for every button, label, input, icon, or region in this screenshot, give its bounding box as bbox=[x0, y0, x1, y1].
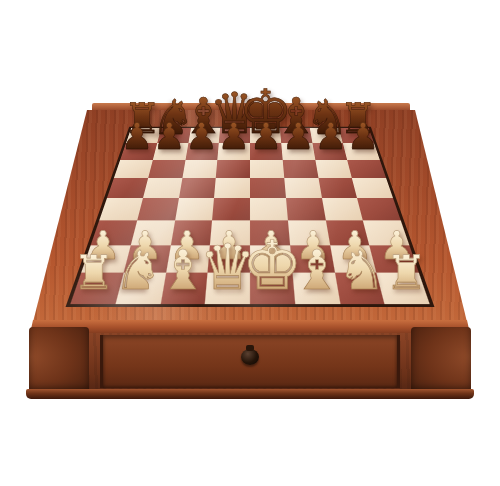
square-h8 bbox=[339, 128, 374, 143]
square-e7 bbox=[250, 143, 282, 160]
square-b8 bbox=[157, 128, 191, 143]
square-d2 bbox=[208, 245, 250, 273]
square-f5 bbox=[284, 178, 321, 198]
square-f3 bbox=[288, 220, 330, 245]
square-b7 bbox=[153, 143, 188, 160]
square-d8 bbox=[219, 128, 250, 143]
square-b5 bbox=[143, 178, 182, 198]
square-d7 bbox=[218, 143, 250, 160]
square-c7 bbox=[185, 143, 219, 160]
square-c8 bbox=[188, 128, 220, 143]
square-a6 bbox=[114, 160, 153, 178]
square-b6 bbox=[148, 160, 185, 178]
square-a2 bbox=[81, 245, 130, 273]
square-g6 bbox=[315, 160, 352, 178]
square-f6 bbox=[282, 160, 318, 178]
square-c5 bbox=[179, 178, 216, 198]
square-a5 bbox=[107, 178, 148, 198]
square-h2 bbox=[369, 245, 418, 273]
square-h5 bbox=[352, 178, 393, 198]
square-a7 bbox=[120, 143, 157, 160]
square-h3 bbox=[363, 220, 409, 245]
square-c6 bbox=[182, 160, 218, 178]
square-e3 bbox=[250, 220, 290, 245]
square-d5 bbox=[214, 178, 250, 198]
square-h6 bbox=[347, 160, 386, 178]
square-c2 bbox=[166, 245, 211, 273]
square-d6 bbox=[216, 160, 250, 178]
drawer-knob bbox=[241, 349, 259, 365]
square-e5 bbox=[250, 178, 286, 198]
left-corner-post bbox=[29, 327, 89, 393]
right-corner-post bbox=[411, 327, 471, 393]
square-f7 bbox=[281, 143, 315, 160]
square-h7 bbox=[343, 143, 380, 160]
square-g7 bbox=[312, 143, 347, 160]
square-e6 bbox=[250, 160, 284, 178]
square-d3 bbox=[210, 220, 250, 245]
square-e4 bbox=[250, 198, 288, 220]
square-g4 bbox=[322, 198, 364, 220]
square-d1 bbox=[205, 273, 250, 304]
square-c4 bbox=[175, 198, 215, 220]
chess-board bbox=[66, 127, 435, 307]
square-e2 bbox=[250, 245, 292, 273]
square-g3 bbox=[325, 220, 369, 245]
box-top-lip bbox=[30, 320, 470, 334]
square-f1 bbox=[292, 273, 340, 304]
square-f8 bbox=[280, 128, 312, 143]
square-a3 bbox=[91, 220, 137, 245]
square-d4 bbox=[212, 198, 250, 220]
square-b4 bbox=[137, 198, 179, 220]
box-base-molding bbox=[26, 389, 474, 399]
square-g8 bbox=[309, 128, 343, 143]
square-f2 bbox=[290, 245, 335, 273]
square-c1 bbox=[160, 273, 208, 304]
square-b3 bbox=[131, 220, 175, 245]
square-b2 bbox=[123, 245, 170, 273]
square-h1 bbox=[377, 273, 430, 304]
square-a8 bbox=[126, 128, 161, 143]
square-a4 bbox=[99, 198, 142, 220]
board-plane bbox=[66, 127, 435, 307]
square-b1 bbox=[115, 273, 165, 304]
square-c3 bbox=[170, 220, 212, 245]
square-f4 bbox=[286, 198, 326, 220]
chess-set-photo: ♜♞♝♛♚♝♞♜♟♟♟♟♟♟♟♟♟♟♟♟♟♟♟♟♜♞♝♛♚♝♞♜ bbox=[0, 0, 500, 486]
square-e8 bbox=[250, 128, 281, 143]
square-g5 bbox=[318, 178, 357, 198]
square-e1 bbox=[250, 273, 295, 304]
square-h4 bbox=[357, 198, 400, 220]
